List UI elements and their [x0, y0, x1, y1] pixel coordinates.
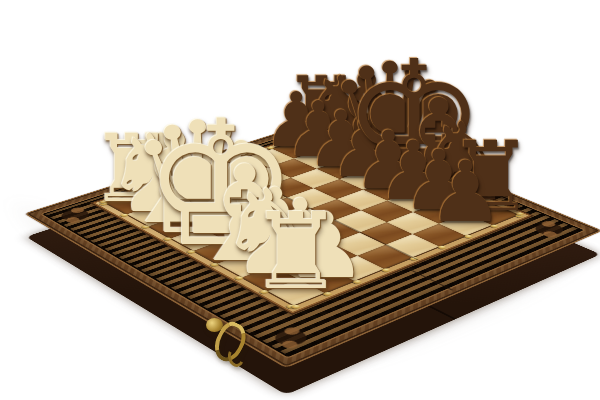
- scene: ♜♞♝♛♚♝♞♜♟♟♟♟♟♟♟♟♟♟♟♟♟♟♟♟♜♞♝♛♚♝♞♜: [0, 0, 600, 400]
- piece-layer: ♜♞♝♛♚♝♞♜♟♟♟♟♟♟♟♟♟♟♟♟♟♟♟♟♜♞♝♛♚♝♞♜: [0, 0, 600, 400]
- white-rook-h1[interactable]: ♜: [249, 199, 344, 305]
- black-pawn-h7[interactable]: ♟: [428, 150, 504, 234]
- brass-latch-icon: [201, 313, 251, 365]
